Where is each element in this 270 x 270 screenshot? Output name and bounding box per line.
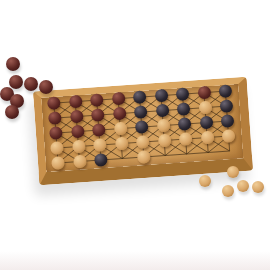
piece-dark[interactable]: [220, 99, 234, 113]
product-photo-scene: [0, 0, 270, 270]
board-point-empty[interactable]: [159, 149, 172, 162]
loose-dark-piece[interactable]: [24, 77, 38, 91]
wooden-tray: [33, 77, 253, 186]
piece-light[interactable]: [51, 156, 65, 170]
piece-light[interactable]: [73, 155, 87, 169]
fanorona-board[interactable]: [52, 89, 232, 165]
tray-floor: [41, 84, 243, 172]
piece-light[interactable]: [137, 150, 151, 164]
loose-dark-piece[interactable]: [5, 105, 19, 119]
loose-light-piece[interactable]: [199, 175, 211, 187]
loose-light-piece[interactable]: [222, 185, 234, 197]
board-point-empty[interactable]: [202, 146, 215, 159]
loose-dark-piece[interactable]: [9, 75, 23, 89]
loose-light-piece[interactable]: [227, 166, 239, 178]
loose-dark-piece[interactable]: [39, 80, 53, 94]
loose-dark-piece[interactable]: [6, 57, 20, 71]
board-point-empty[interactable]: [223, 145, 236, 158]
board-point-empty[interactable]: [116, 152, 129, 165]
piece-light[interactable]: [222, 129, 236, 143]
board-point-empty[interactable]: [180, 148, 193, 161]
loose-light-piece[interactable]: [252, 181, 264, 193]
loose-light-piece[interactable]: [237, 180, 249, 192]
piece-dark[interactable]: [218, 84, 232, 98]
piece-dark[interactable]: [94, 153, 108, 167]
piece-dark[interactable]: [221, 114, 235, 128]
